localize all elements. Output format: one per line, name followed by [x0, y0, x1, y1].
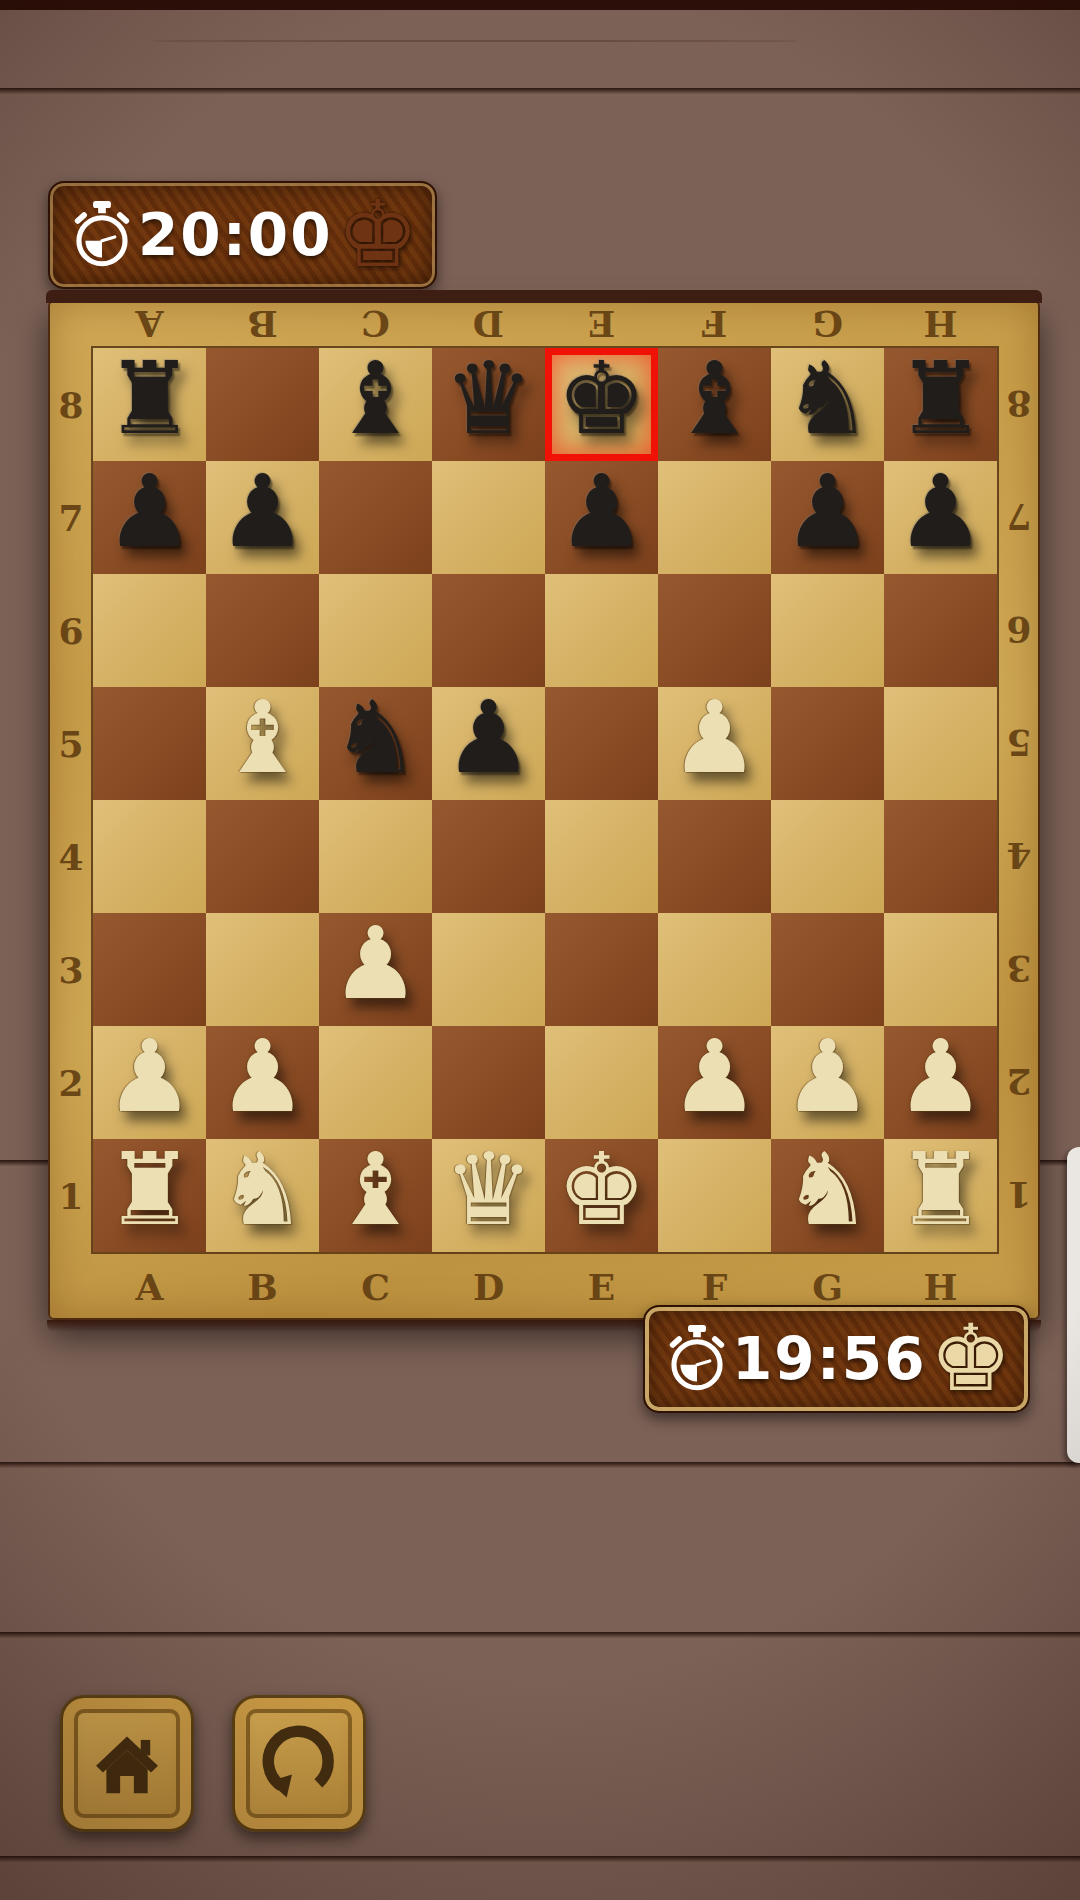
home-icon — [84, 1721, 170, 1807]
square-a6[interactable] — [93, 574, 206, 687]
white-king-icon: ♚ — [930, 1305, 1012, 1413]
piece-black-king[interactable]: ♚ — [545, 342, 658, 455]
square-h6[interactable] — [884, 574, 997, 687]
piece-white-pawn[interactable]: ♟ — [93, 1020, 206, 1133]
square-b3[interactable] — [206, 913, 319, 1026]
square-h7[interactable]: ♟ — [884, 461, 997, 574]
square-g5[interactable] — [771, 687, 884, 800]
black-king-icon: ♚ — [337, 181, 419, 289]
square-d4[interactable] — [432, 800, 545, 913]
square-f4[interactable] — [658, 800, 771, 913]
piece-white-pawn[interactable]: ♟ — [658, 681, 771, 794]
square-h1[interactable]: ♜ — [884, 1139, 997, 1252]
piece-white-pawn[interactable]: ♟ — [884, 1020, 997, 1133]
square-b1[interactable]: ♞ — [206, 1139, 319, 1252]
rank-labels-right: 87654321 — [998, 348, 1040, 1252]
file-label-bottom-a: A — [93, 1256, 206, 1318]
white-timer-plaque: 19:56 ♚ — [643, 1305, 1030, 1413]
rank-label-right-1: 1 — [998, 1139, 1040, 1252]
piece-white-rook[interactable]: ♜ — [884, 1133, 997, 1246]
rank-label-left-1: 1 — [50, 1139, 92, 1252]
square-c2[interactable] — [319, 1026, 432, 1139]
file-label-top-g: G — [771, 304, 884, 344]
square-h3[interactable] — [884, 913, 997, 1026]
file-labels-top: ABCDEFGH — [93, 304, 997, 344]
square-e1[interactable]: ♚ — [545, 1139, 658, 1252]
square-c8[interactable]: ♝ — [319, 348, 432, 461]
square-a2[interactable]: ♟ — [93, 1026, 206, 1139]
square-g7[interactable]: ♟ — [771, 461, 884, 574]
piece-white-bishop[interactable]: ♝ — [206, 681, 319, 794]
file-label-top-d: D — [432, 304, 545, 344]
chess-board: ABCDEFGH ABCDEFGH 87654321 87654321 ♜♝♛♚… — [48, 300, 1040, 1320]
square-c4[interactable] — [319, 800, 432, 913]
square-e8[interactable]: ♚ — [545, 348, 658, 461]
piece-black-pawn[interactable]: ♟ — [206, 455, 319, 568]
rank-label-right-7: 7 — [998, 461, 1040, 574]
square-b2[interactable]: ♟ — [206, 1026, 319, 1139]
square-h8[interactable]: ♜ — [884, 348, 997, 461]
piece-black-rook[interactable]: ♜ — [884, 342, 997, 455]
square-f1[interactable] — [658, 1139, 771, 1252]
square-c1[interactable]: ♝ — [319, 1139, 432, 1252]
square-a1[interactable]: ♜ — [93, 1139, 206, 1252]
rank-label-right-6: 6 — [998, 574, 1040, 687]
rank-label-left-7: 7 — [50, 461, 92, 574]
square-e4[interactable] — [545, 800, 658, 913]
piece-white-bishop[interactable]: ♝ — [319, 1133, 432, 1246]
square-h5[interactable] — [884, 687, 997, 800]
piece-black-pawn[interactable]: ♟ — [771, 455, 884, 568]
square-e6[interactable] — [545, 574, 658, 687]
square-a4[interactable] — [93, 800, 206, 913]
square-h2[interactable]: ♟ — [884, 1026, 997, 1139]
white-timer-value: 19:56 — [729, 1325, 930, 1393]
piece-white-pawn[interactable]: ♟ — [771, 1020, 884, 1133]
system-edge-handle[interactable] — [1067, 1147, 1080, 1463]
piece-black-bishop[interactable]: ♝ — [319, 342, 432, 455]
square-d8[interactable]: ♛ — [432, 348, 545, 461]
file-label-top-h: H — [884, 304, 997, 344]
square-d5[interactable]: ♟ — [432, 687, 545, 800]
square-f7[interactable] — [658, 461, 771, 574]
square-h4[interactable] — [884, 800, 997, 913]
rank-label-left-4: 4 — [50, 800, 92, 913]
piece-black-pawn[interactable]: ♟ — [432, 681, 545, 794]
square-c5[interactable]: ♞ — [319, 687, 432, 800]
square-a3[interactable] — [93, 913, 206, 1026]
piece-white-pawn[interactable]: ♟ — [658, 1020, 771, 1133]
square-f2[interactable]: ♟ — [658, 1026, 771, 1139]
home-button[interactable] — [60, 1695, 194, 1832]
file-label-top-e: E — [545, 304, 658, 344]
square-g8[interactable]: ♞ — [771, 348, 884, 461]
square-e7[interactable]: ♟ — [545, 461, 658, 574]
file-label-top-b: B — [206, 304, 319, 344]
rank-label-right-5: 5 — [998, 687, 1040, 800]
square-f8[interactable]: ♝ — [658, 348, 771, 461]
square-f6[interactable] — [658, 574, 771, 687]
wood-plank-groove — [0, 88, 1080, 94]
piece-black-knight[interactable]: ♞ — [319, 681, 432, 794]
rank-label-right-8: 8 — [998, 348, 1040, 461]
square-b5[interactable]: ♝ — [206, 687, 319, 800]
piece-white-king[interactable]: ♚ — [545, 1133, 658, 1246]
file-label-bottom-c: C — [319, 1256, 432, 1318]
wood-plank-groove — [0, 1632, 1080, 1638]
piece-white-pawn[interactable]: ♟ — [319, 907, 432, 1020]
black-timer-value: 20:00 — [134, 201, 337, 269]
rank-labels-left: 87654321 — [50, 348, 92, 1252]
rank-label-right-3: 3 — [998, 913, 1040, 1026]
square-d7[interactable] — [432, 461, 545, 574]
stopwatch-icon — [665, 1323, 729, 1395]
rank-label-right-4: 4 — [998, 800, 1040, 913]
restart-icon — [255, 1720, 343, 1808]
piece-white-knight[interactable]: ♞ — [771, 1133, 884, 1246]
board-grid: ♜♝♛♚♝♞♜♟♟♟♟♟♝♞♟♟♟♟♟♟♟♟♜♞♝♛♚♞♜ — [93, 348, 997, 1252]
piece-black-pawn[interactable]: ♟ — [93, 455, 206, 568]
restart-button[interactable] — [232, 1695, 366, 1832]
piece-black-queen[interactable]: ♛ — [432, 342, 545, 455]
square-d6[interactable] — [432, 574, 545, 687]
square-a5[interactable] — [93, 687, 206, 800]
square-c7[interactable] — [319, 461, 432, 574]
square-b4[interactable] — [206, 800, 319, 913]
square-b8[interactable] — [206, 348, 319, 461]
wood-plank-groove — [0, 1462, 1080, 1468]
square-b7[interactable]: ♟ — [206, 461, 319, 574]
square-a7[interactable]: ♟ — [93, 461, 206, 574]
square-g1[interactable]: ♞ — [771, 1139, 884, 1252]
piece-white-rook[interactable]: ♜ — [93, 1133, 206, 1246]
square-e2[interactable] — [545, 1026, 658, 1139]
stopwatch-icon — [70, 199, 134, 271]
piece-black-pawn[interactable]: ♟ — [884, 455, 997, 568]
rank-label-left-3: 3 — [50, 913, 92, 1026]
square-d1[interactable]: ♛ — [432, 1139, 545, 1252]
rank-label-left-8: 8 — [50, 348, 92, 461]
file-label-top-c: C — [319, 304, 432, 344]
square-f3[interactable] — [658, 913, 771, 1026]
file-label-bottom-e: E — [545, 1256, 658, 1318]
square-g4[interactable] — [771, 800, 884, 913]
square-d2[interactable] — [432, 1026, 545, 1139]
square-d3[interactable] — [432, 913, 545, 1026]
piece-black-rook[interactable]: ♜ — [93, 342, 206, 455]
square-c3[interactable]: ♟ — [319, 913, 432, 1026]
square-f5[interactable]: ♟ — [658, 687, 771, 800]
square-a8[interactable]: ♜ — [93, 348, 206, 461]
piece-black-bishop[interactable]: ♝ — [658, 342, 771, 455]
black-timer-plaque: 20:00 ♚ — [48, 181, 437, 289]
square-g2[interactable]: ♟ — [771, 1026, 884, 1139]
rank-label-right-2: 2 — [998, 1026, 1040, 1139]
square-e5[interactable] — [545, 687, 658, 800]
square-b6[interactable] — [206, 574, 319, 687]
square-e3[interactable] — [545, 913, 658, 1026]
square-g3[interactable] — [771, 913, 884, 1026]
file-label-bottom-b: B — [206, 1256, 319, 1318]
wood-grain-line — [151, 40, 799, 42]
square-g6[interactable] — [771, 574, 884, 687]
file-label-top-f: F — [658, 304, 771, 344]
piece-white-pawn[interactable]: ♟ — [206, 1020, 319, 1133]
piece-black-pawn[interactable]: ♟ — [545, 455, 658, 568]
wood-plank-groove — [0, 1856, 1080, 1862]
chess-app-screen: 20:00 ♚ ABCDEFGH ABCDEFGH 87654321 87654… — [0, 0, 1080, 1900]
file-label-top-a: A — [93, 304, 206, 344]
rank-label-left-5: 5 — [50, 687, 92, 800]
piece-black-knight[interactable]: ♞ — [771, 342, 884, 455]
screen-top-edge — [0, 0, 1080, 10]
rank-label-left-6: 6 — [50, 574, 92, 687]
piece-white-queen[interactable]: ♛ — [432, 1133, 545, 1246]
piece-white-knight[interactable]: ♞ — [206, 1133, 319, 1246]
file-label-bottom-d: D — [432, 1256, 545, 1318]
square-c6[interactable] — [319, 574, 432, 687]
rank-label-left-2: 2 — [50, 1026, 92, 1139]
